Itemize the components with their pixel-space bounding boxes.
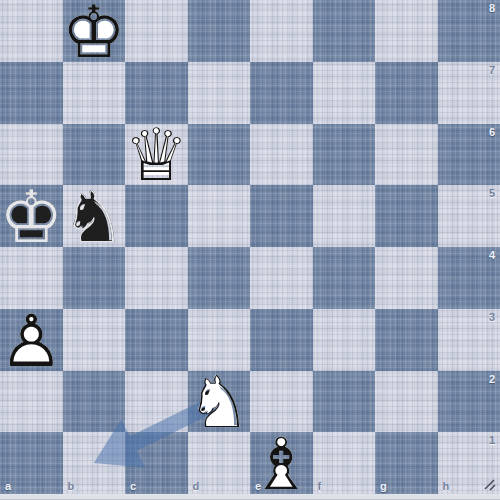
rank-label-7: 7	[489, 64, 495, 76]
rank-label-2: 2	[489, 373, 495, 385]
rank-label-1: 1	[489, 434, 495, 446]
pieces-layer: ♚♔♛♕♚♔♞♘♟♙♞♘♝♗	[0, 0, 500, 500]
white-king-outline: ♔	[63, 1, 126, 63]
file-label-g: g	[380, 480, 387, 492]
black-king-outline: ♔	[0, 186, 63, 248]
window-bottom-edge	[0, 494, 500, 500]
rank-label-6: 6	[489, 126, 495, 138]
white-king[interactable]: ♚♔	[63, 0, 126, 62]
rank-label-4: 4	[489, 249, 495, 261]
file-label-h: h	[443, 480, 450, 492]
black-knight[interactable]: ♞♘	[63, 185, 126, 247]
file-label-a: a	[5, 480, 11, 492]
white-queen[interactable]: ♛♕	[125, 124, 188, 186]
file-label-b: b	[68, 480, 75, 492]
resize-grip-icon[interactable]	[481, 476, 497, 492]
black-king[interactable]: ♚♔	[0, 185, 63, 247]
black-knight-outline: ♘	[63, 186, 126, 248]
file-label-f: f	[318, 480, 322, 492]
white-knight-outline: ♘	[188, 372, 251, 434]
white-pawn[interactable]: ♟♙	[0, 309, 63, 371]
rank-label-8: 8	[489, 2, 495, 14]
file-label-e: e	[255, 480, 261, 492]
file-label-d: d	[193, 480, 200, 492]
white-knight[interactable]: ♞♘	[188, 371, 251, 433]
rank-label-3: 3	[489, 311, 495, 323]
white-queen-outline: ♕	[125, 125, 188, 187]
rank-label-5: 5	[489, 187, 495, 199]
file-label-c: c	[130, 480, 136, 492]
white-pawn-outline: ♙	[0, 310, 63, 372]
chess-app-window: 8765432abcdefg1h ♚♔♛♕♚♔♞♘♟♙♞♘♝♗	[0, 0, 500, 500]
